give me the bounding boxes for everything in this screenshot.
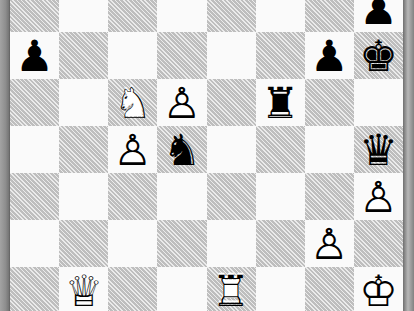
square-h4[interactable]: ♛ <box>354 126 403 173</box>
square-b5[interactable] <box>59 79 108 126</box>
board-left-border <box>0 0 10 311</box>
square-e6[interactable] <box>207 32 256 79</box>
square-c1[interactable] <box>108 267 157 311</box>
square-a2[interactable] <box>10 220 59 267</box>
square-g5[interactable] <box>305 79 354 126</box>
square-b4[interactable] <box>59 126 108 173</box>
square-c2[interactable] <box>108 220 157 267</box>
black-knight[interactable]: ♞ <box>163 125 202 174</box>
square-a5[interactable] <box>10 79 59 126</box>
black-rook[interactable]: ♜ <box>261 78 300 127</box>
square-f5[interactable]: ♜ <box>256 79 305 126</box>
square-h7[interactable]: ♟ <box>354 0 403 32</box>
chess-diagram: ♟♟♟♚♞♘♟♙♜♟♙♞♛♟♙♟♙♛♕♜♖♚♔ <box>0 0 414 311</box>
square-d3[interactable] <box>157 173 206 220</box>
square-h1[interactable]: ♚♔ <box>354 267 403 311</box>
square-c4[interactable]: ♟♙ <box>108 126 157 173</box>
square-a1[interactable] <box>10 267 59 311</box>
square-d2[interactable] <box>157 220 206 267</box>
square-d4[interactable]: ♞ <box>157 126 206 173</box>
square-d1[interactable] <box>157 267 206 311</box>
black-king[interactable]: ♚ <box>359 31 398 80</box>
board-right-border <box>403 0 414 311</box>
square-d5[interactable]: ♟♙ <box>157 79 206 126</box>
square-d6[interactable] <box>157 32 206 79</box>
square-g2[interactable]: ♟♙ <box>305 220 354 267</box>
square-f7[interactable] <box>256 0 305 32</box>
square-c5[interactable]: ♞♘ <box>108 79 157 126</box>
white-pawn[interactable]: ♟♙ <box>163 78 202 127</box>
square-a4[interactable] <box>10 126 59 173</box>
square-f6[interactable] <box>256 32 305 79</box>
square-g6[interactable]: ♟ <box>305 32 354 79</box>
chess-board: ♟♟♟♚♞♘♟♙♜♟♙♞♛♟♙♟♙♛♕♜♖♚♔ <box>10 0 403 311</box>
square-e3[interactable] <box>207 173 256 220</box>
square-a7[interactable] <box>10 0 59 32</box>
black-queen[interactable]: ♛ <box>359 125 398 174</box>
square-f3[interactable] <box>256 173 305 220</box>
white-king[interactable]: ♚♔ <box>359 266 398 311</box>
square-b7[interactable] <box>59 0 108 32</box>
square-b3[interactable] <box>59 173 108 220</box>
white-rook[interactable]: ♜♖ <box>212 266 251 311</box>
square-a6[interactable]: ♟ <box>10 32 59 79</box>
square-h5[interactable] <box>354 79 403 126</box>
square-f2[interactable] <box>256 220 305 267</box>
square-b6[interactable] <box>59 32 108 79</box>
square-e4[interactable] <box>207 126 256 173</box>
square-d7[interactable] <box>157 0 206 32</box>
white-queen[interactable]: ♛♕ <box>64 266 103 311</box>
white-pawn[interactable]: ♟♙ <box>114 125 153 174</box>
square-e7[interactable] <box>207 0 256 32</box>
black-pawn[interactable]: ♟ <box>310 31 349 80</box>
square-h2[interactable] <box>354 220 403 267</box>
white-pawn[interactable]: ♟♙ <box>310 219 349 268</box>
square-b2[interactable] <box>59 220 108 267</box>
square-e5[interactable] <box>207 79 256 126</box>
square-g7[interactable] <box>305 0 354 32</box>
square-h3[interactable]: ♟♙ <box>354 173 403 220</box>
square-g3[interactable] <box>305 173 354 220</box>
square-f4[interactable] <box>256 126 305 173</box>
square-g1[interactable] <box>305 267 354 311</box>
square-a3[interactable] <box>10 173 59 220</box>
square-h6[interactable]: ♚ <box>354 32 403 79</box>
square-b1[interactable]: ♛♕ <box>59 267 108 311</box>
square-e2[interactable] <box>207 220 256 267</box>
white-pawn[interactable]: ♟♙ <box>359 172 398 221</box>
square-g4[interactable] <box>305 126 354 173</box>
square-c3[interactable] <box>108 173 157 220</box>
square-f1[interactable] <box>256 267 305 311</box>
square-e1[interactable]: ♜♖ <box>207 267 256 311</box>
square-c7[interactable] <box>108 0 157 32</box>
black-pawn[interactable]: ♟ <box>15 31 54 80</box>
black-pawn[interactable]: ♟ <box>359 0 398 33</box>
white-knight[interactable]: ♞♘ <box>114 78 153 127</box>
square-c6[interactable] <box>108 32 157 79</box>
